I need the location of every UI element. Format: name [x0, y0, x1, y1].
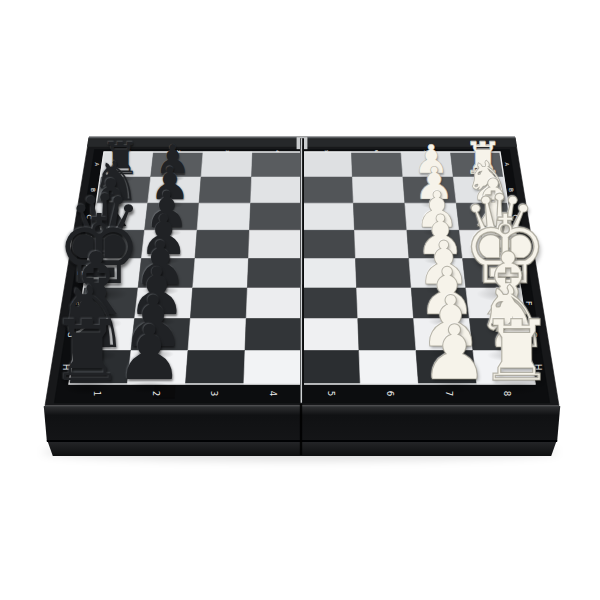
- square-e4: [247, 259, 302, 288]
- square-c2: [145, 203, 200, 230]
- square-e6: [356, 259, 412, 288]
- rank-label-front-8: 8: [502, 391, 512, 396]
- file-label-right-d: D: [515, 242, 523, 247]
- file-label-left-c: C: [86, 214, 93, 219]
- square-h3: [186, 351, 246, 384]
- rank-label-front-6: 6: [385, 391, 395, 396]
- rank-label-front-3: 3: [209, 391, 219, 396]
- file-label-right-a: A: [504, 163, 510, 167]
- rank-label-front-1: 1: [92, 391, 102, 396]
- square-f2: [135, 288, 193, 319]
- file-label-left-e: E: [76, 271, 85, 276]
- file-label-right-b: B: [508, 188, 514, 192]
- square-c7: [405, 203, 460, 230]
- square-e3: [193, 259, 249, 288]
- square-f1: [79, 288, 138, 319]
- square-e8: [463, 259, 521, 288]
- square-f5: [302, 288, 358, 319]
- rank-label-far-2: 2: [176, 150, 181, 153]
- square-g6: [358, 319, 416, 351]
- square-e2: [138, 259, 195, 288]
- square-h7: [416, 351, 477, 384]
- square-b1: [96, 177, 150, 203]
- square-d5: [302, 230, 356, 258]
- square-a4: [252, 152, 302, 177]
- square-a6: [352, 152, 403, 177]
- rank-label-front-4: 4: [268, 391, 278, 396]
- square-g7: [414, 319, 473, 351]
- square-g3: [188, 319, 246, 351]
- file-label-left-g: G: [66, 331, 76, 338]
- square-g5: [302, 319, 359, 351]
- file-label-right-g: G: [528, 331, 538, 338]
- square-b4: [251, 177, 302, 203]
- rank-label-far-1: 1: [126, 150, 131, 153]
- square-h8: [473, 351, 535, 384]
- rank-label-far-3: 3: [225, 150, 230, 153]
- square-a1: [100, 152, 153, 177]
- square-e5: [302, 259, 357, 288]
- square-h5: [302, 351, 360, 384]
- square-g4: [245, 319, 302, 351]
- rank-label-front-2: 2: [151, 391, 161, 396]
- square-h6: [359, 351, 419, 384]
- square-c5: [302, 203, 355, 230]
- square-f7: [411, 288, 469, 319]
- file-label-right-c: C: [512, 214, 519, 219]
- square-h4: [244, 351, 302, 384]
- rank-label-front-5: 5: [326, 391, 336, 396]
- square-b2: [148, 177, 201, 203]
- file-label-left-b: B: [90, 188, 96, 192]
- file-label-right-h: H: [533, 364, 543, 371]
- square-c6: [353, 203, 407, 230]
- rank-label-far-8: 8: [473, 150, 478, 153]
- square-g8: [469, 319, 530, 351]
- square-f3: [190, 288, 247, 319]
- chessboard: AABBCCDDEEFFGGHH1122334455667788: [0, 0, 600, 600]
- square-d7: [407, 230, 463, 258]
- chess-set-product-photo: AABBCCDDEEFFGGHH1122334455667788 ♜♞♝♛♚♝♞…: [0, 0, 600, 600]
- square-h1: [69, 351, 131, 384]
- square-e7: [409, 259, 466, 288]
- square-a7: [401, 152, 453, 177]
- square-d1: [88, 230, 145, 258]
- square-d4: [249, 230, 303, 258]
- square-g2: [131, 319, 190, 351]
- square-f8: [466, 288, 525, 319]
- square-d6: [355, 230, 410, 258]
- rank-label-front-7: 7: [444, 391, 454, 396]
- square-h2: [127, 351, 188, 384]
- square-c1: [92, 203, 148, 230]
- file-label-left-d: D: [81, 242, 89, 247]
- square-d2: [141, 230, 197, 258]
- square-b8: [453, 177, 507, 203]
- square-f4: [246, 288, 302, 319]
- square-f6: [357, 288, 414, 319]
- square-b5: [302, 177, 353, 203]
- square-b6: [352, 177, 405, 203]
- square-g1: [74, 319, 135, 351]
- square-a8: [451, 152, 504, 177]
- file-label-right-f: F: [524, 301, 533, 306]
- square-c4: [250, 203, 303, 230]
- square-e1: [84, 259, 142, 288]
- square-b7: [403, 177, 456, 203]
- square-c8: [456, 203, 512, 230]
- file-label-right-e: E: [519, 271, 528, 276]
- rank-label-far-5: 5: [324, 150, 329, 153]
- rank-label-far-4: 4: [275, 150, 280, 153]
- square-b3: [199, 177, 252, 203]
- file-label-left-a: A: [94, 163, 100, 167]
- rank-label-far-6: 6: [374, 150, 379, 153]
- square-c3: [197, 203, 251, 230]
- square-d8: [459, 230, 516, 258]
- file-label-left-h: H: [61, 364, 71, 371]
- square-a3: [201, 152, 252, 177]
- rank-label-far-7: 7: [423, 150, 428, 153]
- square-d3: [195, 230, 250, 258]
- square-a2: [151, 152, 203, 177]
- file-label-left-f: F: [71, 301, 80, 306]
- square-a5: [302, 152, 352, 177]
